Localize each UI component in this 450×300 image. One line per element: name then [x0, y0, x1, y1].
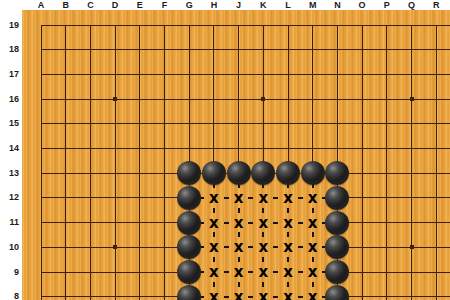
grid-line-v-L: [288, 25, 289, 173]
black-stone-H13: [202, 161, 226, 185]
x-mark-J9: x: [231, 264, 247, 280]
x-mark-L9: x: [280, 264, 296, 280]
row-label-17: 17: [0, 69, 19, 80]
x-mark-H11: x: [206, 215, 222, 231]
grid-line-v-Q: [411, 25, 412, 300]
row-label-11: 11: [0, 217, 19, 228]
star-point-Q16: [410, 97, 414, 101]
grid-line-v-B: [65, 25, 66, 300]
black-stone-G9: [177, 260, 201, 284]
grid-line-h-12: [337, 197, 450, 198]
grid-line-h-10: [337, 247, 450, 248]
x-mark-J12: x: [231, 190, 247, 206]
x-mark-K8: x: [255, 289, 271, 300]
column-label-Q: Q: [403, 0, 421, 10]
column-label-G: G: [180, 0, 198, 10]
grid-line-v-M: [312, 25, 313, 173]
grid-line-v-A: [41, 25, 42, 300]
grid-line-v-P: [386, 25, 387, 300]
black-stone-G12: [177, 186, 201, 210]
x-mark-H9: x: [206, 264, 222, 280]
x-mark-H8: x: [206, 289, 222, 300]
column-label-F: F: [156, 0, 174, 10]
grid-line-v-H: [213, 25, 214, 173]
go-diagram: ABCDEFGHJKLMNOPQR1918171615141312111098x…: [0, 0, 450, 300]
x-mark-L11: x: [280, 215, 296, 231]
grid-line-h-16: [41, 99, 450, 100]
row-label-9: 9: [0, 267, 19, 278]
grid-line-h-18: [41, 49, 450, 50]
x-mark-K10: x: [255, 239, 271, 255]
x-mark-J10: x: [231, 239, 247, 255]
grid-line-v-C: [90, 25, 91, 300]
grid-line-h-19: [41, 25, 450, 26]
x-mark-M9: x: [305, 264, 321, 280]
x-mark-H12: x: [206, 190, 222, 206]
x-mark-L12: x: [280, 190, 296, 206]
black-stone-J13: [227, 161, 251, 185]
column-label-L: L: [279, 0, 297, 10]
black-stone-M13: [301, 161, 325, 185]
black-stone-L13: [276, 161, 300, 185]
star-point-D16: [113, 97, 117, 101]
x-mark-M11: x: [305, 215, 321, 231]
star-point-Q10: [410, 245, 414, 249]
x-mark-M12: x: [305, 190, 321, 206]
star-point-D10: [113, 245, 117, 249]
row-label-10: 10: [0, 242, 19, 253]
star-point-K16: [261, 97, 265, 101]
grid-line-h-15: [41, 123, 450, 124]
x-mark-J11: x: [231, 215, 247, 231]
grid-line-v-O: [362, 25, 363, 300]
column-label-J: J: [230, 0, 248, 10]
column-label-O: O: [353, 0, 371, 10]
row-label-8: 8: [0, 291, 19, 300]
black-stone-G11: [177, 211, 201, 235]
x-mark-M8: x: [305, 289, 321, 300]
row-label-16: 16: [0, 94, 19, 105]
row-label-14: 14: [0, 143, 19, 154]
column-label-C: C: [81, 0, 99, 10]
column-label-R: R: [427, 0, 445, 10]
x-mark-M10: x: [305, 239, 321, 255]
grid-line-v-J: [238, 25, 239, 173]
x-mark-K9: x: [255, 264, 271, 280]
row-label-13: 13: [0, 168, 19, 179]
column-label-E: E: [131, 0, 149, 10]
grid-line-v-R: [436, 25, 437, 300]
row-label-18: 18: [0, 44, 19, 55]
go-board: ABCDEFGHJKLMNOPQR1918171615141312111098x…: [0, 0, 450, 300]
column-label-D: D: [106, 0, 124, 10]
grid-line-h-8: [337, 296, 450, 297]
column-label-A: A: [32, 0, 50, 10]
black-stone-N11: [325, 211, 349, 235]
column-label-P: P: [378, 0, 396, 10]
grid-line-v-D: [115, 25, 116, 300]
x-mark-K12: x: [255, 190, 271, 206]
grid-line-h-9: [337, 272, 450, 273]
column-label-M: M: [304, 0, 322, 10]
column-label-H: H: [205, 0, 223, 10]
x-mark-L8: x: [280, 289, 296, 300]
row-label-12: 12: [0, 192, 19, 203]
x-mark-H10: x: [206, 239, 222, 255]
grid-line-h-14: [41, 148, 450, 149]
x-mark-K11: x: [255, 215, 271, 231]
column-label-B: B: [57, 0, 75, 10]
grid-line-v-F: [164, 25, 165, 300]
row-label-19: 19: [0, 20, 19, 31]
column-label-N: N: [328, 0, 346, 10]
grid-line-h-11: [337, 222, 450, 223]
grid-line-h-17: [41, 74, 450, 75]
x-mark-J8: x: [231, 289, 247, 300]
row-label-15: 15: [0, 118, 19, 129]
x-mark-L10: x: [280, 239, 296, 255]
column-label-K: K: [254, 0, 272, 10]
grid-line-v-E: [139, 25, 140, 300]
